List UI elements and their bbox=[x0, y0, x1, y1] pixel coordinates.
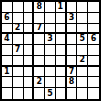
cell-r6c8: 2 bbox=[77, 56, 88, 67]
cell-r3c2: 2 bbox=[13, 24, 24, 35]
cell-r8c3[interactable] bbox=[24, 77, 35, 88]
cell-r7c7: 7 bbox=[67, 67, 78, 78]
cell-r8c6[interactable] bbox=[56, 77, 67, 88]
cell-r2c3[interactable] bbox=[24, 13, 35, 24]
cell-r9c5: 5 bbox=[45, 88, 56, 99]
cell-r4c6[interactable] bbox=[56, 34, 67, 45]
cell-r2c7: 3 bbox=[67, 13, 78, 24]
cell-r5c8[interactable] bbox=[77, 45, 88, 56]
cell-r6c9[interactable] bbox=[88, 56, 99, 67]
cell-r2c9[interactable] bbox=[88, 13, 99, 24]
cell-r8c5[interactable] bbox=[45, 77, 56, 88]
cell-r5c2: 7 bbox=[13, 45, 24, 56]
cell-r6c2[interactable] bbox=[13, 56, 24, 67]
cell-r9c8[interactable] bbox=[77, 88, 88, 99]
cell-r9c3[interactable] bbox=[24, 88, 35, 99]
cell-r1c8[interactable] bbox=[77, 2, 88, 13]
cell-r1c6: 1 bbox=[56, 2, 67, 13]
cell-r6c7[interactable] bbox=[67, 56, 78, 67]
cell-r2c2[interactable] bbox=[13, 13, 24, 24]
cell-r6c5[interactable] bbox=[45, 56, 56, 67]
cell-r8c7: 8 bbox=[67, 77, 78, 88]
cell-r6c4[interactable] bbox=[34, 56, 45, 67]
cell-r5c4[interactable] bbox=[34, 45, 45, 56]
cell-r1c3[interactable] bbox=[24, 2, 35, 13]
cell-r8c8[interactable] bbox=[77, 77, 88, 88]
cell-r8c9[interactable] bbox=[88, 77, 99, 88]
cell-r3c5[interactable] bbox=[45, 24, 56, 35]
cell-r2c4[interactable] bbox=[34, 13, 45, 24]
cell-r7c1: 1 bbox=[2, 67, 13, 78]
cell-r5c1[interactable] bbox=[2, 45, 13, 56]
cell-r4c4[interactable] bbox=[34, 34, 45, 45]
cell-r7c9[interactable] bbox=[88, 67, 99, 78]
cell-r1c2[interactable] bbox=[13, 2, 24, 13]
sudoku-board: 81632743567217285 bbox=[0, 0, 101, 101]
cell-r9c7[interactable] bbox=[67, 88, 78, 99]
cell-r6c1[interactable] bbox=[2, 56, 13, 67]
cell-r9c6[interactable] bbox=[56, 88, 67, 99]
cell-r9c9[interactable] bbox=[88, 88, 99, 99]
cell-r2c5[interactable] bbox=[45, 13, 56, 24]
cell-r7c4[interactable] bbox=[34, 67, 45, 78]
cell-r5c5[interactable] bbox=[45, 45, 56, 56]
cell-r9c1[interactable] bbox=[2, 88, 13, 99]
cell-r4c8: 5 bbox=[77, 34, 88, 45]
cell-r5c3[interactable] bbox=[24, 45, 35, 56]
cell-r3c7[interactable] bbox=[67, 24, 78, 35]
cell-r3c9[interactable] bbox=[88, 24, 99, 35]
cell-r7c2[interactable] bbox=[13, 67, 24, 78]
cell-r9c4[interactable] bbox=[34, 88, 45, 99]
cell-r6c6[interactable] bbox=[56, 56, 67, 67]
cell-r4c7[interactable] bbox=[67, 34, 78, 45]
cell-r7c3[interactable] bbox=[24, 67, 35, 78]
cell-r1c4: 8 bbox=[34, 2, 45, 13]
cell-r2c8[interactable] bbox=[77, 13, 88, 24]
cell-r9c2[interactable] bbox=[13, 88, 24, 99]
cell-r3c4: 7 bbox=[34, 24, 45, 35]
cell-r8c1[interactable] bbox=[2, 77, 13, 88]
cell-r7c5[interactable] bbox=[45, 67, 56, 78]
cell-r4c5: 3 bbox=[45, 34, 56, 45]
cell-r5c9[interactable] bbox=[88, 45, 99, 56]
cell-r4c3[interactable] bbox=[24, 34, 35, 45]
cell-r3c8[interactable] bbox=[77, 24, 88, 35]
cell-r4c1: 4 bbox=[2, 34, 13, 45]
cell-r1c5[interactable] bbox=[45, 2, 56, 13]
cell-r2c6[interactable] bbox=[56, 13, 67, 24]
cell-r2c1: 6 bbox=[2, 13, 13, 24]
cell-r5c6[interactable] bbox=[56, 45, 67, 56]
cell-r8c4: 2 bbox=[34, 77, 45, 88]
cell-r6c3[interactable] bbox=[24, 56, 35, 67]
cell-r8c2[interactable] bbox=[13, 77, 24, 88]
cell-r1c1[interactable] bbox=[2, 2, 13, 13]
cell-r7c8[interactable] bbox=[77, 67, 88, 78]
cell-r3c1[interactable] bbox=[2, 24, 13, 35]
cell-r4c2[interactable] bbox=[13, 34, 24, 45]
cell-r1c9[interactable] bbox=[88, 2, 99, 13]
cell-r4c9: 6 bbox=[88, 34, 99, 45]
cell-r3c3[interactable] bbox=[24, 24, 35, 35]
cell-r1c7[interactable] bbox=[67, 2, 78, 13]
cell-r7c6[interactable] bbox=[56, 67, 67, 78]
cell-r5c7[interactable] bbox=[67, 45, 78, 56]
cell-r3c6[interactable] bbox=[56, 24, 67, 35]
